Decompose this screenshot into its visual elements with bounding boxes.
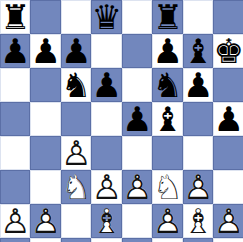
square-a1[interactable]: ♜♖ <box>0 238 30 242</box>
piece-white-bishop[interactable]: ♝♗ <box>91 204 121 238</box>
black-knight-icon: ♞ <box>152 68 182 102</box>
piece-white-pawn[interactable]: ♟♙ <box>122 170 152 204</box>
square-a8[interactable]: ♜ <box>0 0 30 34</box>
white-knight-outline-icon: ♘ <box>152 170 182 204</box>
white-pawn-outline-icon: ♙ <box>0 204 30 238</box>
square-d5[interactable] <box>91 102 121 136</box>
black-pawn-icon: ♟ <box>152 34 182 68</box>
square-g5[interactable] <box>183 102 213 136</box>
piece-black-pawn[interactable]: ♟ <box>30 34 60 68</box>
square-d7[interactable] <box>91 34 121 68</box>
square-h5[interactable]: ♟ <box>213 102 243 136</box>
piece-white-pawn[interactable]: ♟♙ <box>0 204 30 238</box>
square-e1[interactable] <box>122 238 152 242</box>
square-a6[interactable] <box>0 68 30 102</box>
square-b3[interactable] <box>30 170 60 204</box>
square-f4[interactable] <box>152 136 182 170</box>
square-h2[interactable]: ♟♙ <box>213 204 243 238</box>
black-bishop-icon: ♝ <box>152 102 182 136</box>
square-b8[interactable] <box>30 0 60 34</box>
black-pawn-icon: ♟ <box>122 102 152 136</box>
square-c3[interactable]: ♞♘ <box>61 170 91 204</box>
square-f2[interactable]: ♟♙ <box>152 204 182 238</box>
white-pawn-outline-icon: ♙ <box>152 204 182 238</box>
square-g4[interactable] <box>183 136 213 170</box>
square-c7[interactable]: ♟ <box>61 34 91 68</box>
square-b6[interactable] <box>30 68 60 102</box>
piece-white-pawn[interactable]: ♟♙ <box>61 136 91 170</box>
white-rook-outline-icon: ♖ <box>152 238 182 242</box>
piece-black-pawn[interactable]: ♟ <box>122 102 152 136</box>
square-g1[interactable]: ♚♔ <box>183 238 213 242</box>
black-king-icon: ♚ <box>213 34 243 68</box>
square-b7[interactable]: ♟ <box>30 34 60 68</box>
white-pawn-outline-icon: ♙ <box>183 170 213 204</box>
square-a7[interactable]: ♟ <box>0 34 30 68</box>
piece-black-queen[interactable]: ♛ <box>91 0 121 34</box>
white-bishop-outline-icon: ♗ <box>183 204 213 238</box>
black-pawn-icon: ♟ <box>91 68 121 102</box>
square-d3[interactable]: ♟♙ <box>91 170 121 204</box>
square-a5[interactable] <box>0 102 30 136</box>
white-rook-outline-icon: ♖ <box>0 238 30 242</box>
square-f7[interactable]: ♟ <box>152 34 182 68</box>
square-c8[interactable] <box>61 0 91 34</box>
square-c2[interactable] <box>61 204 91 238</box>
piece-white-pawn[interactable]: ♟♙ <box>213 204 243 238</box>
square-g3[interactable]: ♟♙ <box>183 170 213 204</box>
white-pawn-outline-icon: ♙ <box>61 136 91 170</box>
black-rook-icon: ♜ <box>0 0 30 34</box>
square-e7[interactable] <box>122 34 152 68</box>
piece-black-pawn[interactable]: ♟ <box>91 68 121 102</box>
chess-board: ♜♛♜♟♟♟♟♝♚♞♟♞♟♟♝♟♟♙♞♘♟♙♟♙♞♘♟♙♟♙♟♙♝♗♟♙♝♗♟♙… <box>0 0 242 242</box>
piece-white-rook[interactable]: ♜♖ <box>152 238 182 242</box>
square-f5[interactable]: ♝ <box>152 102 182 136</box>
square-h6[interactable] <box>213 68 243 102</box>
piece-white-rook[interactable]: ♜♖ <box>0 238 30 242</box>
black-queen-icon: ♛ <box>91 0 121 34</box>
square-h8[interactable] <box>213 0 243 34</box>
square-d6[interactable]: ♟ <box>91 68 121 102</box>
piece-black-knight[interactable]: ♞ <box>152 68 182 102</box>
square-e3[interactable]: ♟♙ <box>122 170 152 204</box>
square-a2[interactable]: ♟♙ <box>0 204 30 238</box>
square-d2[interactable]: ♝♗ <box>91 204 121 238</box>
square-g2[interactable]: ♝♗ <box>183 204 213 238</box>
square-c5[interactable] <box>61 102 91 136</box>
piece-black-rook[interactable]: ♜ <box>0 0 30 34</box>
piece-white-pawn[interactable]: ♟♙ <box>91 170 121 204</box>
square-f6[interactable]: ♞ <box>152 68 182 102</box>
piece-white-knight[interactable]: ♞♘ <box>152 170 182 204</box>
square-h4[interactable] <box>213 136 243 170</box>
piece-black-pawn[interactable]: ♟ <box>0 34 30 68</box>
black-pawn-icon: ♟ <box>0 34 30 68</box>
piece-black-pawn[interactable]: ♟ <box>152 34 182 68</box>
square-h7[interactable]: ♚ <box>213 34 243 68</box>
piece-black-bishop[interactable]: ♝ <box>183 34 213 68</box>
white-pawn-outline-icon: ♙ <box>213 204 243 238</box>
piece-black-pawn[interactable]: ♟ <box>61 34 91 68</box>
square-b1[interactable] <box>30 238 60 242</box>
square-g7[interactable]: ♝ <box>183 34 213 68</box>
black-bishop-icon: ♝ <box>183 34 213 68</box>
square-d4[interactable] <box>91 136 121 170</box>
piece-white-queen[interactable]: ♛♕ <box>61 238 91 242</box>
piece-black-pawn[interactable]: ♟ <box>183 68 213 102</box>
piece-black-pawn[interactable]: ♟ <box>213 102 243 136</box>
square-b2[interactable]: ♟♙ <box>30 204 60 238</box>
square-f8[interactable]: ♜ <box>152 0 182 34</box>
piece-white-pawn[interactable]: ♟♙ <box>30 204 60 238</box>
white-knight-outline-icon: ♘ <box>61 170 91 204</box>
piece-white-pawn[interactable]: ♟♙ <box>183 170 213 204</box>
square-e8[interactable] <box>122 0 152 34</box>
square-e5[interactable]: ♟ <box>122 102 152 136</box>
square-b5[interactable] <box>30 102 60 136</box>
square-b4[interactable] <box>30 136 60 170</box>
white-bishop-outline-icon: ♗ <box>91 204 121 238</box>
square-e6[interactable] <box>122 68 152 102</box>
square-c4[interactable]: ♟♙ <box>61 136 91 170</box>
white-pawn-outline-icon: ♙ <box>30 204 60 238</box>
square-e4[interactable] <box>122 136 152 170</box>
square-g8[interactable] <box>183 0 213 34</box>
piece-black-knight[interactable]: ♞ <box>61 68 91 102</box>
white-king-outline-icon: ♔ <box>183 238 213 242</box>
square-g6[interactable]: ♟ <box>183 68 213 102</box>
black-pawn-icon: ♟ <box>30 34 60 68</box>
black-pawn-icon: ♟ <box>183 68 213 102</box>
piece-black-bishop[interactable]: ♝ <box>152 102 182 136</box>
piece-white-king[interactable]: ♚♔ <box>183 238 213 242</box>
square-c1[interactable]: ♛♕ <box>61 238 91 242</box>
square-d1[interactable] <box>91 238 121 242</box>
square-f3[interactable]: ♞♘ <box>152 170 182 204</box>
square-c6[interactable]: ♞ <box>61 68 91 102</box>
square-a4[interactable] <box>0 136 30 170</box>
white-pawn-outline-icon: ♙ <box>122 170 152 204</box>
square-e2[interactable] <box>122 204 152 238</box>
black-pawn-icon: ♟ <box>61 34 91 68</box>
square-h1[interactable] <box>213 238 243 242</box>
square-h3[interactable] <box>213 170 243 204</box>
piece-white-pawn[interactable]: ♟♙ <box>152 204 182 238</box>
black-knight-icon: ♞ <box>61 68 91 102</box>
piece-white-knight[interactable]: ♞♘ <box>61 170 91 204</box>
black-pawn-icon: ♟ <box>213 102 243 136</box>
piece-white-bishop[interactable]: ♝♗ <box>183 204 213 238</box>
white-queen-outline-icon: ♕ <box>61 238 91 242</box>
black-rook-icon: ♜ <box>152 0 182 34</box>
square-a3[interactable] <box>0 170 30 204</box>
piece-black-king[interactable]: ♚ <box>213 34 243 68</box>
square-d8[interactable]: ♛ <box>91 0 121 34</box>
piece-black-rook[interactable]: ♜ <box>152 0 182 34</box>
square-f1[interactable]: ♜♖ <box>152 238 182 242</box>
white-pawn-outline-icon: ♙ <box>91 170 121 204</box>
